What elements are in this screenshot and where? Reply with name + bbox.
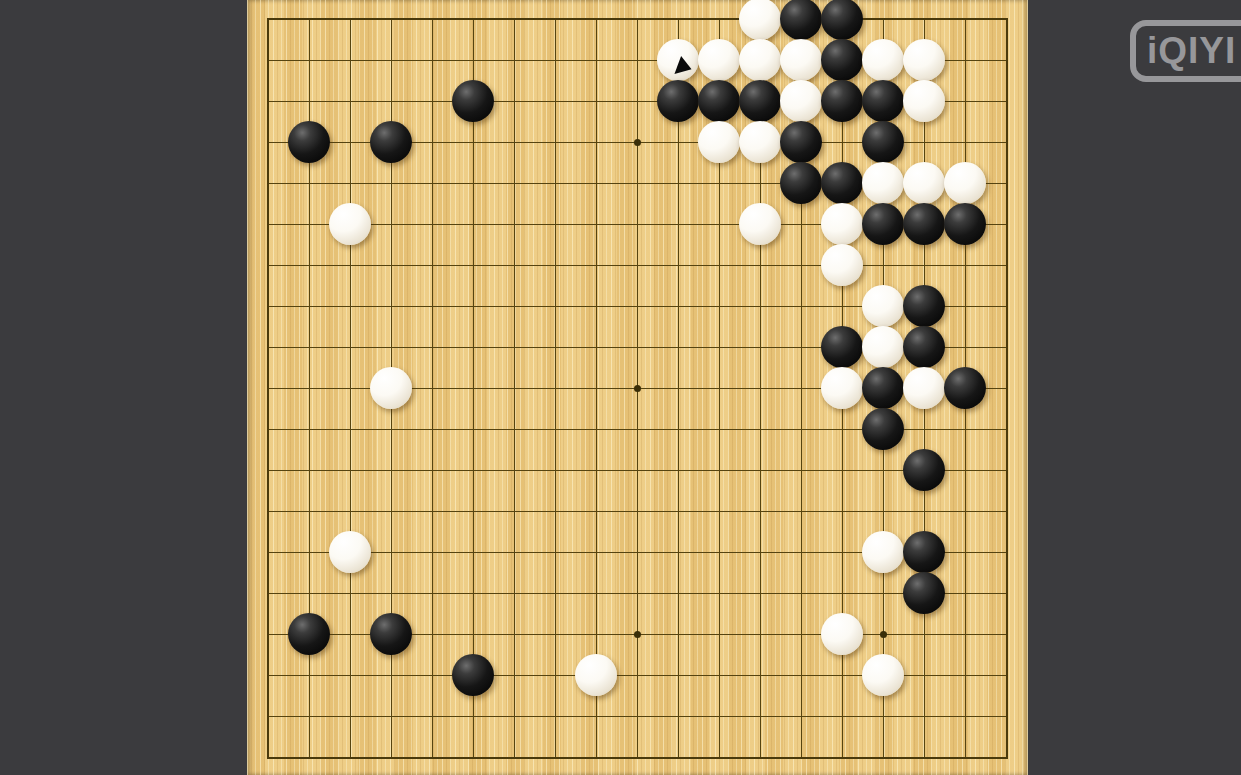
star-point [634,139,641,146]
black-stone [698,80,740,122]
black-stone [862,367,904,409]
black-stone [903,326,945,368]
go-board[interactable] [247,0,1028,775]
white-stone [575,654,617,696]
white-stone [370,367,412,409]
black-stone [944,367,986,409]
black-stone [452,654,494,696]
black-stone [288,121,330,163]
white-stone [862,531,904,573]
white-stone [821,244,863,286]
white-stone [698,121,740,163]
black-stone [862,203,904,245]
white-stone [821,367,863,409]
iqiyi-logo-text: iQIYI [1147,30,1236,72]
white-stone [903,162,945,204]
black-stone [903,572,945,614]
black-stone [370,121,412,163]
iqiyi-logo-watermark: iQIYI [1130,20,1241,82]
black-stone [903,531,945,573]
black-stone [944,203,986,245]
black-stone [780,0,822,40]
letterbox-left [0,0,247,775]
black-stone [903,285,945,327]
white-stone [903,80,945,122]
white-stone [944,162,986,204]
white-stone [739,121,781,163]
white-stone [657,39,699,81]
white-stone [780,80,822,122]
black-stone [903,203,945,245]
black-stone [657,80,699,122]
black-stone [821,162,863,204]
black-stone [821,39,863,81]
white-stone [862,39,904,81]
black-stone [821,326,863,368]
video-frame: iQIYI [0,0,1241,775]
white-stone [903,367,945,409]
white-stone [903,39,945,81]
white-stone [739,0,781,40]
white-stone [698,39,740,81]
letterbox-right: iQIYI [1028,0,1241,775]
white-stone [821,613,863,655]
white-stone [862,285,904,327]
black-stone [821,80,863,122]
black-stone [370,613,412,655]
white-stone [862,326,904,368]
star-point [634,631,641,638]
white-stone [862,162,904,204]
black-stone [862,408,904,450]
black-stone [288,613,330,655]
black-stone [452,80,494,122]
white-stone [780,39,822,81]
white-stone [821,203,863,245]
white-stone [329,531,371,573]
black-stone [862,80,904,122]
white-stone [329,203,371,245]
black-stone [903,449,945,491]
black-stone [780,121,822,163]
white-stone [862,654,904,696]
black-stone [862,121,904,163]
white-stone [739,39,781,81]
star-point [880,631,887,638]
black-stone [780,162,822,204]
black-stone [739,80,781,122]
black-stone [821,0,863,40]
star-point [634,385,641,392]
white-stone [739,203,781,245]
